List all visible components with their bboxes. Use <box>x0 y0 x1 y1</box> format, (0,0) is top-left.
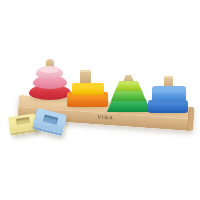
light-pink-disc <box>36 66 63 79</box>
light-green-triangle <box>115 81 142 91</box>
yellow-square <box>72 83 104 95</box>
product-photo: VIGA <box>0 0 200 200</box>
light-pink-disc-topface <box>40 67 59 73</box>
cream-piece-hole <box>16 117 30 125</box>
blue-piece-hole <box>43 115 58 125</box>
blue-rectangle <box>152 86 186 102</box>
green-triangle <box>111 90 146 101</box>
